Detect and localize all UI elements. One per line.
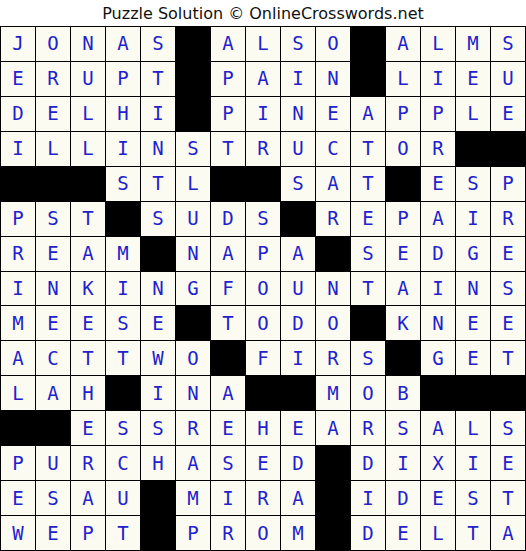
- letter-cell-r11c7: A: [211, 376, 245, 410]
- letter-cell-r4c4: I: [106, 132, 140, 166]
- letter-cell-r14c1: E: [1, 481, 35, 515]
- letter-cell-r10c4: T: [106, 341, 140, 375]
- letter-cell-r15c1: W: [1, 516, 35, 550]
- letter-cell-r8c14: N: [456, 272, 490, 306]
- letter-cell-r9c4: S: [106, 306, 140, 340]
- letter-cell-r13c3: R: [71, 446, 105, 480]
- letter-cell-r3c10: E: [316, 97, 350, 131]
- letter-cell-r1c9: S: [281, 27, 315, 61]
- letter-cell-r4c10: C: [316, 132, 350, 166]
- letter-cell-r4c11: T: [351, 132, 385, 166]
- letter-cell-r9c7: T: [211, 306, 245, 340]
- letter-cell-r7c2: E: [36, 237, 70, 271]
- block-cell-r7c10: [316, 237, 350, 271]
- block-cell-r11c13: [421, 376, 455, 410]
- letter-cell-r2c15: U: [491, 62, 525, 96]
- letter-cell-r12c10: A: [316, 411, 350, 445]
- letter-cell-r15c15: A: [491, 516, 525, 550]
- letter-cell-r7c9: A: [281, 237, 315, 271]
- letter-cell-r3c11: A: [351, 97, 385, 131]
- letter-cell-r6c8: S: [246, 202, 280, 236]
- letter-cell-r8c4: I: [106, 272, 140, 306]
- block-cell-r5c2: [36, 167, 70, 201]
- block-cell-r6c9: [281, 202, 315, 236]
- letter-cell-r7c3: A: [71, 237, 105, 271]
- letter-cell-r3c13: P: [421, 97, 455, 131]
- letter-cell-r2c13: I: [421, 62, 455, 96]
- block-cell-r1c11: [351, 27, 385, 61]
- letter-cell-r12c6: R: [176, 411, 210, 445]
- letter-cell-r10c8: F: [246, 341, 280, 375]
- letter-cell-r12c11: R: [351, 411, 385, 445]
- letter-cell-r4c8: R: [246, 132, 280, 166]
- letter-cell-r12c4: S: [106, 411, 140, 445]
- block-cell-r11c15: [491, 376, 525, 410]
- block-cell-r11c8: [246, 376, 280, 410]
- letter-cell-r2c10: N: [316, 62, 350, 96]
- letter-cell-r10c14: E: [456, 341, 490, 375]
- block-cell-r14c10: [316, 481, 350, 515]
- letter-cell-r13c4: C: [106, 446, 140, 480]
- letter-cell-r5c11: T: [351, 167, 385, 201]
- letter-cell-r4c1: I: [1, 132, 35, 166]
- letter-cell-r7c12: E: [386, 237, 420, 271]
- block-cell-r11c14: [456, 376, 490, 410]
- letter-cell-r15c2: E: [36, 516, 70, 550]
- page-title: Puzzle Solution © OnlineCrosswords.net: [102, 4, 424, 23]
- block-cell-r11c9: [281, 376, 315, 410]
- letter-cell-r13c6: A: [176, 446, 210, 480]
- letter-cell-r2c3: U: [71, 62, 105, 96]
- letter-cell-r7c14: G: [456, 237, 490, 271]
- letter-cell-r15c14: T: [456, 516, 490, 550]
- letter-cell-r8c3: K: [71, 272, 105, 306]
- letter-cell-r10c13: G: [421, 341, 455, 375]
- letter-cell-r15c9: M: [281, 516, 315, 550]
- letter-cell-r1c7: A: [211, 27, 245, 61]
- letter-cell-r10c3: T: [71, 341, 105, 375]
- letter-cell-r13c11: D: [351, 446, 385, 480]
- letter-cell-r6c1: P: [1, 202, 35, 236]
- block-cell-r12c1: [1, 411, 35, 445]
- letter-cell-r3c3: L: [71, 97, 105, 131]
- letter-cell-r14c9: A: [281, 481, 315, 515]
- letter-cell-r9c10: O: [316, 306, 350, 340]
- block-cell-r1c6: [176, 27, 210, 61]
- block-cell-r2c6: [176, 62, 210, 96]
- letter-cell-r15c11: D: [351, 516, 385, 550]
- letter-cell-r9c8: O: [246, 306, 280, 340]
- letter-cell-r5c9: S: [281, 167, 315, 201]
- letter-cell-r13c1: P: [1, 446, 35, 480]
- letter-cell-r6c15: R: [491, 202, 525, 236]
- letter-cell-r6c3: T: [71, 202, 105, 236]
- letter-cell-r15c7: R: [211, 516, 245, 550]
- letter-cell-r5c14: S: [456, 167, 490, 201]
- letter-cell-r3c14: L: [456, 97, 490, 131]
- letter-cell-r12c8: H: [246, 411, 280, 445]
- letter-cell-r10c6: O: [176, 341, 210, 375]
- letter-cell-r3c1: D: [1, 97, 35, 131]
- letter-cell-r14c2: S: [36, 481, 70, 515]
- block-cell-r5c1: [1, 167, 35, 201]
- letter-cell-r6c5: S: [141, 202, 175, 236]
- title-bar: Puzzle Solution © OnlineCrosswords.net: [0, 0, 526, 26]
- letter-cell-r3c12: P: [386, 97, 420, 131]
- letter-cell-r14c4: U: [106, 481, 140, 515]
- letter-cell-r9c12: K: [386, 306, 420, 340]
- letter-cell-r8c11: T: [351, 272, 385, 306]
- letter-cell-r13c9: D: [281, 446, 315, 480]
- letter-cell-r8c15: S: [491, 272, 525, 306]
- letter-cell-r10c1: A: [1, 341, 35, 375]
- letter-cell-r3c8: I: [246, 97, 280, 131]
- letter-cell-r9c3: E: [71, 306, 105, 340]
- block-cell-r6c4: [106, 202, 140, 236]
- letter-cell-r8c10: N: [316, 272, 350, 306]
- letter-cell-r8c8: O: [246, 272, 280, 306]
- letter-cell-r3c7: P: [211, 97, 245, 131]
- letter-cell-r5c5: T: [141, 167, 175, 201]
- letter-cell-r3c15: E: [491, 97, 525, 131]
- letter-cell-r13c13: X: [421, 446, 455, 480]
- letter-cell-r6c14: I: [456, 202, 490, 236]
- letter-cell-r8c9: U: [281, 272, 315, 306]
- letter-cell-r14c6: M: [176, 481, 210, 515]
- letter-cell-r6c11: E: [351, 202, 385, 236]
- letter-cell-r10c10: R: [316, 341, 350, 375]
- letter-cell-r14c12: D: [386, 481, 420, 515]
- letter-cell-r1c1: J: [1, 27, 35, 61]
- block-cell-r9c6: [176, 306, 210, 340]
- letter-cell-r5c13: E: [421, 167, 455, 201]
- letter-cell-r3c2: E: [36, 97, 70, 131]
- letter-cell-r6c10: R: [316, 202, 350, 236]
- letter-cell-r3c4: H: [106, 97, 140, 131]
- letter-cell-r4c5: N: [141, 132, 175, 166]
- block-cell-r4c15: [491, 132, 525, 166]
- letter-cell-r6c6: U: [176, 202, 210, 236]
- letter-cell-r1c5: S: [141, 27, 175, 61]
- block-cell-r3c6: [176, 97, 210, 131]
- letter-cell-r7c8: P: [246, 237, 280, 271]
- letter-cell-r11c3: H: [71, 376, 105, 410]
- block-cell-r11c4: [106, 376, 140, 410]
- letter-cell-r11c2: A: [36, 376, 70, 410]
- letter-cell-r5c15: P: [491, 167, 525, 201]
- crossword-grid: JONASALSOALMSERUPTPAINLIEUDELHIPINEAPPLE…: [0, 26, 526, 551]
- letter-cell-r11c6: N: [176, 376, 210, 410]
- letter-cell-r8c1: I: [1, 272, 35, 306]
- letter-cell-r6c13: A: [421, 202, 455, 236]
- block-cell-r5c7: [211, 167, 245, 201]
- letter-cell-r7c13: D: [421, 237, 455, 271]
- letter-cell-r4c9: U: [281, 132, 315, 166]
- letter-cell-r15c6: P: [176, 516, 210, 550]
- letter-cell-r11c5: I: [141, 376, 175, 410]
- letter-cell-r8c6: G: [176, 272, 210, 306]
- letter-cell-r7c4: M: [106, 237, 140, 271]
- letter-cell-r9c5: E: [141, 306, 175, 340]
- letter-cell-r11c11: O: [351, 376, 385, 410]
- block-cell-r13c10: [316, 446, 350, 480]
- letter-cell-r12c5: S: [141, 411, 175, 445]
- letter-cell-r14c11: I: [351, 481, 385, 515]
- letter-cell-r6c12: P: [386, 202, 420, 236]
- letter-cell-r13c7: S: [211, 446, 245, 480]
- letter-cell-r15c13: L: [421, 516, 455, 550]
- letter-cell-r10c11: S: [351, 341, 385, 375]
- letter-cell-r2c5: T: [141, 62, 175, 96]
- block-cell-r7c5: [141, 237, 175, 271]
- letter-cell-r8c12: A: [386, 272, 420, 306]
- letter-cell-r10c5: W: [141, 341, 175, 375]
- letter-cell-r12c14: L: [456, 411, 490, 445]
- block-cell-r5c8: [246, 167, 280, 201]
- block-cell-r4c14: [456, 132, 490, 166]
- letter-cell-r8c2: N: [36, 272, 70, 306]
- letter-cell-r7c6: N: [176, 237, 210, 271]
- letter-cell-r5c6: L: [176, 167, 210, 201]
- letter-cell-r6c2: S: [36, 202, 70, 236]
- letter-cell-r14c7: I: [211, 481, 245, 515]
- letter-cell-r9c14: E: [456, 306, 490, 340]
- letter-cell-r12c15: S: [491, 411, 525, 445]
- letter-cell-r15c8: O: [246, 516, 280, 550]
- letter-cell-r1c13: L: [421, 27, 455, 61]
- block-cell-r2c11: [351, 62, 385, 96]
- letter-cell-r11c12: B: [386, 376, 420, 410]
- letter-cell-r7c11: S: [351, 237, 385, 271]
- letter-cell-r2c4: P: [106, 62, 140, 96]
- block-cell-r9c11: [351, 306, 385, 340]
- letter-cell-r4c3: L: [71, 132, 105, 166]
- letter-cell-r15c4: T: [106, 516, 140, 550]
- letter-cell-r9c2: E: [36, 306, 70, 340]
- letter-cell-r13c15: E: [491, 446, 525, 480]
- letter-cell-r1c3: N: [71, 27, 105, 61]
- letter-cell-r14c3: A: [71, 481, 105, 515]
- letter-cell-r3c9: N: [281, 97, 315, 131]
- letter-cell-r13c14: I: [456, 446, 490, 480]
- letter-cell-r13c12: I: [386, 446, 420, 480]
- letter-cell-r6c7: D: [211, 202, 245, 236]
- letter-cell-r15c3: P: [71, 516, 105, 550]
- block-cell-r15c5: [141, 516, 175, 550]
- letter-cell-r1c14: M: [456, 27, 490, 61]
- letter-cell-r2c12: L: [386, 62, 420, 96]
- letter-cell-r1c4: A: [106, 27, 140, 61]
- letter-cell-r9c1: M: [1, 306, 35, 340]
- letter-cell-r14c14: S: [456, 481, 490, 515]
- block-cell-r14c5: [141, 481, 175, 515]
- letter-cell-r13c2: U: [36, 446, 70, 480]
- letter-cell-r9c9: D: [281, 306, 315, 340]
- letter-cell-r2c9: I: [281, 62, 315, 96]
- block-cell-r10c7: [211, 341, 245, 375]
- letter-cell-r15c12: E: [386, 516, 420, 550]
- letter-cell-r9c13: N: [421, 306, 455, 340]
- letter-cell-r1c15: S: [491, 27, 525, 61]
- letter-cell-r4c13: R: [421, 132, 455, 166]
- letter-cell-r12c13: A: [421, 411, 455, 445]
- letter-cell-r7c15: E: [491, 237, 525, 271]
- letter-cell-r1c12: A: [386, 27, 420, 61]
- letter-cell-r4c7: T: [211, 132, 245, 166]
- block-cell-r12c2: [36, 411, 70, 445]
- letter-cell-r12c7: E: [211, 411, 245, 445]
- letter-cell-r8c7: F: [211, 272, 245, 306]
- letter-cell-r2c7: P: [211, 62, 245, 96]
- letter-cell-r10c2: C: [36, 341, 70, 375]
- letter-cell-r1c8: L: [246, 27, 280, 61]
- letter-cell-r7c1: R: [1, 237, 35, 271]
- letter-cell-r14c8: R: [246, 481, 280, 515]
- letter-cell-r2c14: E: [456, 62, 490, 96]
- letter-cell-r8c13: I: [421, 272, 455, 306]
- letter-cell-r4c12: O: [386, 132, 420, 166]
- block-cell-r5c3: [71, 167, 105, 201]
- letter-cell-r11c1: L: [1, 376, 35, 410]
- letter-cell-r9c15: E: [491, 306, 525, 340]
- letter-cell-r10c15: T: [491, 341, 525, 375]
- block-cell-r10c12: [386, 341, 420, 375]
- letter-cell-r2c1: E: [1, 62, 35, 96]
- letter-cell-r5c10: A: [316, 167, 350, 201]
- letter-cell-r14c13: E: [421, 481, 455, 515]
- letter-cell-r13c5: H: [141, 446, 175, 480]
- letter-cell-r5c4: S: [106, 167, 140, 201]
- letter-cell-r14c15: T: [491, 481, 525, 515]
- letter-cell-r3c5: I: [141, 97, 175, 131]
- letter-cell-r1c10: O: [316, 27, 350, 61]
- letter-cell-r2c2: R: [36, 62, 70, 96]
- letter-cell-r11c10: M: [316, 376, 350, 410]
- block-cell-r15c10: [316, 516, 350, 550]
- letter-cell-r12c3: E: [71, 411, 105, 445]
- block-cell-r5c12: [386, 167, 420, 201]
- letter-cell-r10c9: I: [281, 341, 315, 375]
- letter-cell-r4c6: S: [176, 132, 210, 166]
- letter-cell-r4c2: L: [36, 132, 70, 166]
- letter-cell-r12c9: E: [281, 411, 315, 445]
- letter-cell-r7c7: A: [211, 237, 245, 271]
- letter-cell-r8c5: N: [141, 272, 175, 306]
- letter-cell-r2c8: A: [246, 62, 280, 96]
- letter-cell-r1c2: O: [36, 27, 70, 61]
- letter-cell-r13c8: E: [246, 446, 280, 480]
- letter-cell-r12c12: S: [386, 411, 420, 445]
- crossword-solution-page: Puzzle Solution © OnlineCrosswords.net J…: [0, 0, 526, 551]
